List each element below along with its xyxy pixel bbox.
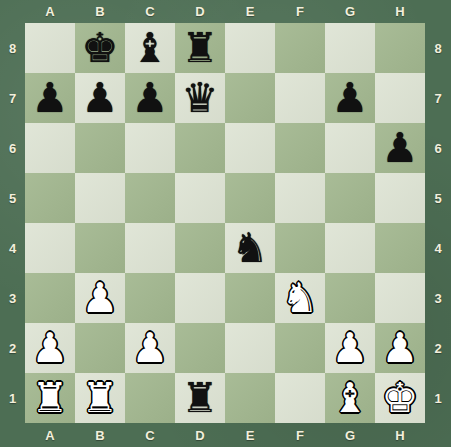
- coord-label: G: [325, 0, 375, 23]
- square-f7[interactable]: [275, 73, 325, 123]
- square-c6[interactable]: [125, 123, 175, 173]
- black-rook-icon: ♜: [182, 373, 219, 423]
- square-d6[interactable]: [175, 123, 225, 173]
- square-b1[interactable]: ♜: [75, 373, 125, 423]
- chess-board: ♚♝♜♟♟♟♛♟♟♞♟♞♟♟♟♟♜♜♜♝♚: [25, 23, 425, 423]
- square-a7[interactable]: ♟: [25, 73, 75, 123]
- coord-label: 4: [0, 223, 25, 273]
- square-b3[interactable]: ♟: [75, 273, 125, 323]
- square-d3[interactable]: [175, 273, 225, 323]
- coord-label: F: [275, 0, 325, 23]
- black-pawn-icon: ♟: [132, 73, 169, 123]
- coord-label: 2: [0, 323, 25, 373]
- coord-label: 8: [425, 23, 451, 73]
- square-f2[interactable]: [275, 323, 325, 373]
- square-h2[interactable]: ♟: [375, 323, 425, 373]
- square-h8[interactable]: [375, 23, 425, 73]
- square-c8[interactable]: ♝: [125, 23, 175, 73]
- square-b2[interactable]: [75, 323, 125, 373]
- square-a3[interactable]: [25, 273, 75, 323]
- square-f5[interactable]: [275, 173, 325, 223]
- square-d5[interactable]: [175, 173, 225, 223]
- white-knight-icon: ♞: [282, 273, 319, 323]
- coord-label: 7: [425, 73, 451, 123]
- square-g6[interactable]: [325, 123, 375, 173]
- white-pawn-icon: ♟: [82, 273, 119, 323]
- square-f8[interactable]: [275, 23, 325, 73]
- coord-label: F: [275, 423, 325, 447]
- square-g2[interactable]: ♟: [325, 323, 375, 373]
- black-knight-icon: ♞: [232, 223, 269, 273]
- square-b5[interactable]: [75, 173, 125, 223]
- square-f6[interactable]: [275, 123, 325, 173]
- square-d8[interactable]: ♜: [175, 23, 225, 73]
- coord-label: E: [225, 0, 275, 23]
- square-b4[interactable]: [75, 223, 125, 273]
- square-a1[interactable]: ♜: [25, 373, 75, 423]
- white-rook-icon: ♜: [82, 373, 119, 423]
- square-c7[interactable]: ♟: [125, 73, 175, 123]
- square-h4[interactable]: [375, 223, 425, 273]
- black-pawn-icon: ♟: [382, 123, 419, 173]
- coord-label: 4: [425, 223, 451, 273]
- coord-label: 3: [0, 273, 25, 323]
- square-a5[interactable]: [25, 173, 75, 223]
- square-e1[interactable]: [225, 373, 275, 423]
- square-f3[interactable]: ♞: [275, 273, 325, 323]
- square-c3[interactable]: [125, 273, 175, 323]
- square-h5[interactable]: [375, 173, 425, 223]
- file-labels-bottom: ABCDEFGH: [25, 423, 425, 447]
- black-pawn-icon: ♟: [32, 73, 69, 123]
- square-c5[interactable]: [125, 173, 175, 223]
- square-g7[interactable]: ♟: [325, 73, 375, 123]
- black-pawn-icon: ♟: [332, 73, 369, 123]
- coord-label: G: [325, 423, 375, 447]
- coord-label: A: [25, 423, 75, 447]
- coord-label: H: [375, 423, 425, 447]
- coord-label: B: [75, 0, 125, 23]
- rank-labels-right: 87654321: [425, 23, 451, 423]
- black-rook-icon: ♜: [182, 23, 219, 73]
- square-b6[interactable]: [75, 123, 125, 173]
- square-g4[interactable]: [325, 223, 375, 273]
- square-c4[interactable]: [125, 223, 175, 273]
- white-pawn-icon: ♟: [332, 323, 369, 373]
- square-f1[interactable]: [275, 373, 325, 423]
- white-pawn-icon: ♟: [32, 323, 69, 373]
- white-pawn-icon: ♟: [132, 323, 169, 373]
- rank-labels-left: 87654321: [0, 23, 25, 423]
- coord-label: E: [225, 423, 275, 447]
- square-b8[interactable]: ♚: [75, 23, 125, 73]
- square-a2[interactable]: ♟: [25, 323, 75, 373]
- coord-label: D: [175, 0, 225, 23]
- square-g3[interactable]: [325, 273, 375, 323]
- coord-label: 6: [0, 123, 25, 173]
- coord-label: 1: [0, 373, 25, 423]
- square-d7[interactable]: ♛: [175, 73, 225, 123]
- coord-label: 8: [0, 23, 25, 73]
- square-g1[interactable]: ♝: [325, 373, 375, 423]
- white-rook-icon: ♜: [32, 373, 69, 423]
- square-a8[interactable]: [25, 23, 75, 73]
- square-d1[interactable]: ♜: [175, 373, 225, 423]
- white-pawn-icon: ♟: [382, 323, 419, 373]
- square-h6[interactable]: ♟: [375, 123, 425, 173]
- square-g5[interactable]: [325, 173, 375, 223]
- coord-label: C: [125, 0, 175, 23]
- coord-label: D: [175, 423, 225, 447]
- coord-label: 3: [425, 273, 451, 323]
- coord-label: 6: [425, 123, 451, 173]
- square-d2[interactable]: [175, 323, 225, 373]
- coord-label: 7: [0, 73, 25, 123]
- square-b7[interactable]: ♟: [75, 73, 125, 123]
- square-c2[interactable]: ♟: [125, 323, 175, 373]
- black-queen-icon: ♛: [182, 73, 219, 123]
- coord-label: 5: [0, 173, 25, 223]
- coord-label: A: [25, 0, 75, 23]
- file-labels-top: ABCDEFGH: [25, 0, 425, 23]
- black-king-icon: ♚: [82, 23, 119, 73]
- square-d4[interactable]: [175, 223, 225, 273]
- square-a6[interactable]: [25, 123, 75, 173]
- coord-label: 5: [425, 173, 451, 223]
- white-bishop-icon: ♝: [332, 373, 369, 423]
- square-e6[interactable]: [225, 123, 275, 173]
- square-c1[interactable]: [125, 373, 175, 423]
- chess-diagram: ABCDEFGH ABCDEFGH 87654321 87654321 ♚♝♜♟…: [0, 0, 451, 447]
- square-e4[interactable]: ♞: [225, 223, 275, 273]
- square-h3[interactable]: [375, 273, 425, 323]
- square-f4[interactable]: [275, 223, 325, 273]
- square-e7[interactable]: [225, 73, 275, 123]
- coord-label: H: [375, 0, 425, 23]
- square-e2[interactable]: [225, 323, 275, 373]
- white-king-icon: ♚: [382, 373, 419, 423]
- square-e8[interactable]: [225, 23, 275, 73]
- coord-label: B: [75, 423, 125, 447]
- coord-label: C: [125, 423, 175, 447]
- black-bishop-icon: ♝: [132, 23, 169, 73]
- square-e5[interactable]: [225, 173, 275, 223]
- square-g8[interactable]: [325, 23, 375, 73]
- black-pawn-icon: ♟: [82, 73, 119, 123]
- square-h1[interactable]: ♚: [375, 373, 425, 423]
- square-a4[interactable]: [25, 223, 75, 273]
- square-h7[interactable]: [375, 73, 425, 123]
- coord-label: 1: [425, 373, 451, 423]
- square-e3[interactable]: [225, 273, 275, 323]
- coord-label: 2: [425, 323, 451, 373]
